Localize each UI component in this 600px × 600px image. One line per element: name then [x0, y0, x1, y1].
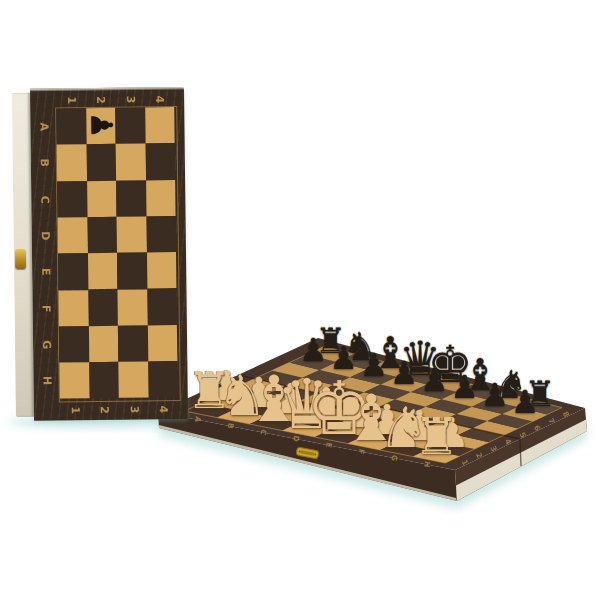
folded-square-H2: [89, 362, 119, 399]
folded-col-label-top-2: 2: [94, 94, 106, 106]
folded-square-F4: [147, 289, 177, 326]
folded-square-H1: [59, 362, 89, 399]
folded-col-label-bottom-1: 1: [69, 404, 81, 416]
folded-square-H4: [148, 361, 178, 398]
folded-square-F2: [88, 289, 118, 326]
folded-row-label-H: H: [40, 375, 52, 387]
folded-square-C3: [116, 180, 146, 217]
folded-square-F3: [117, 289, 147, 326]
folded-square-F1: [58, 290, 88, 327]
pawn-logo-icon: ♟: [85, 110, 115, 140]
piece-black-pawn-e7[interactable]: ♟: [418, 364, 450, 396]
folded-row-label-C: C: [38, 193, 50, 205]
folded-row-label-G: G: [40, 339, 52, 351]
folded-row-label-F: F: [40, 302, 52, 314]
folded-square-E2: [87, 253, 117, 290]
folded-col-label-bottom-4: 4: [157, 403, 169, 415]
folded-square-C4: [146, 180, 176, 217]
folded-square-G2: [88, 326, 118, 363]
folded-square-E4: [146, 252, 176, 289]
folded-square-A3: [115, 107, 145, 144]
folded-square-D3: [117, 216, 147, 253]
folded-square-G1: [59, 326, 89, 363]
folded-square-B3: [116, 144, 146, 181]
folded-square-A1: [56, 108, 86, 145]
piece-black-pawn-f7[interactable]: ♟: [449, 371, 481, 403]
folded-square-A2: ♟: [86, 108, 116, 145]
folded-col-label-bottom-3: 3: [128, 404, 140, 416]
piece-black-pawn-h7[interactable]: ♟: [509, 386, 541, 418]
folded-row-label-E: E: [39, 266, 51, 278]
folded-square-B2: [86, 144, 116, 181]
piece-white-rook-h1[interactable]: ♜: [411, 412, 462, 463]
folded-row-label-D: D: [39, 230, 51, 242]
folded-col-label-top-3: 3: [124, 94, 136, 106]
folded-square-B1: [57, 144, 87, 181]
folded-square-D2: [87, 217, 117, 254]
folded-square-G4: [147, 325, 177, 362]
folded-square-B4: [145, 143, 175, 180]
folded-board: ♟ABCDEFGH11223344: [12, 87, 188, 421]
folded-row-label-B: B: [38, 157, 50, 169]
folded-square-A4: [145, 107, 175, 144]
folded-square-H3: [118, 362, 148, 399]
folded-square-E1: [58, 253, 88, 290]
folded-square-C1: [57, 181, 87, 218]
folded-row-label-A: A: [37, 121, 49, 133]
folded-square-G3: [118, 325, 148, 362]
folded-col-label-top-1: 1: [65, 94, 77, 106]
folded-square-D1: [58, 217, 88, 254]
folded-square-D4: [146, 216, 176, 253]
folded-board-face: ♟ABCDEFGH11223344: [30, 87, 188, 421]
scene: ABCDEFGH12345678 ♟ABCDEFGH11223344 ♜♞♝♛♚…: [0, 0, 600, 600]
folded-col-label-top-4: 4: [153, 93, 165, 105]
fold-seam-edge-notch: [520, 439, 521, 466]
folded-square-C2: [87, 180, 117, 217]
piece-black-pawn-g7[interactable]: ♟: [479, 379, 511, 411]
folded-square-E3: [117, 253, 147, 290]
brass-clasp-icon: [15, 249, 26, 269]
folded-col-label-bottom-2: 2: [98, 404, 110, 416]
